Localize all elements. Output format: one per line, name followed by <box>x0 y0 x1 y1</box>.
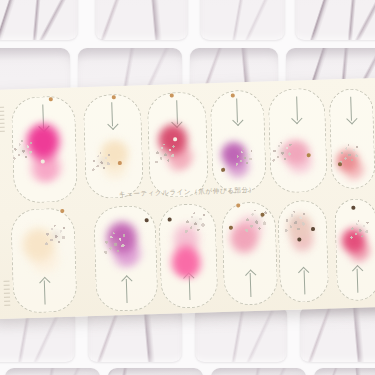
nail-sticker-bottom-1 <box>10 208 77 314</box>
glitter-cluster <box>243 207 270 234</box>
stud-dot <box>236 203 240 207</box>
stud-dot <box>112 95 116 99</box>
up-arrow-icon <box>126 279 128 303</box>
marble-tile <box>95 0 188 40</box>
marble-tile <box>200 0 285 40</box>
down-arrow-icon <box>236 98 238 122</box>
glitter-cluster <box>154 142 178 166</box>
nail-sticker-top-1 <box>11 95 78 203</box>
stud-dot <box>260 213 264 217</box>
nail-sticker-bottom-2 <box>93 205 158 312</box>
up-arrow-icon <box>188 276 190 300</box>
stud-dot <box>41 159 45 163</box>
nail-sticker-bottom-6 <box>334 198 375 301</box>
stud-dot <box>338 162 342 166</box>
stud-dot <box>145 218 149 222</box>
stud-dot <box>170 93 174 97</box>
product-photo: キューティクルライン（爪が伸びる部分） <box>0 0 375 375</box>
glitter-cluster <box>338 143 361 166</box>
up-arrow-icon <box>303 270 305 294</box>
stud-dot <box>118 161 122 165</box>
stud-dot <box>231 93 235 97</box>
stud-dot <box>307 153 311 157</box>
marble-tile <box>108 368 203 375</box>
nail-sticker-bottom-4 <box>221 201 278 306</box>
nail-sticker-top-2 <box>83 93 144 199</box>
nail-sticker-bottom-5 <box>277 200 329 303</box>
stud-dot <box>229 226 233 230</box>
marble-tile <box>295 0 375 40</box>
marble-tile <box>0 0 78 40</box>
cuticle-line-label: キューティクルライン（爪が伸びる部分） <box>119 186 256 199</box>
down-arrow-icon <box>350 97 352 121</box>
up-arrow-icon <box>44 281 46 305</box>
stud-dot <box>173 137 177 141</box>
stud-dot <box>297 237 301 241</box>
marble-tile <box>5 368 100 375</box>
marble-tile <box>211 368 306 375</box>
glitter-cluster <box>183 210 208 235</box>
stud-dot <box>49 97 53 101</box>
glitter-cluster <box>234 147 255 168</box>
glitter-cluster <box>283 209 309 235</box>
stud-dot <box>311 227 315 231</box>
nail-sticker-top-6 <box>329 88 375 189</box>
nail-sticker-top-3 <box>147 91 209 198</box>
glitter-cluster <box>102 230 128 256</box>
nail-sticker-sheet: キューティクルライン（爪が伸びる部分） <box>0 78 375 319</box>
stud-dot <box>351 206 355 210</box>
nail-sticker-top-5 <box>268 88 328 194</box>
stud-dot <box>168 218 172 222</box>
marble-tile <box>195 306 287 362</box>
glitter-cluster <box>12 138 36 162</box>
down-arrow-icon <box>111 102 113 126</box>
glitter-cluster <box>271 140 295 164</box>
edge-print-marks <box>0 106 5 132</box>
up-arrow-icon <box>250 273 252 297</box>
down-arrow-icon <box>296 97 298 121</box>
nail-sticker-top-4 <box>210 90 267 195</box>
glitter-cluster <box>90 150 113 173</box>
glitter-cluster <box>44 223 69 248</box>
nail-sticker-bottom-3 <box>158 203 218 309</box>
stud-dot <box>221 168 225 172</box>
up-arrow-icon <box>357 269 359 293</box>
marble-tile <box>300 306 375 362</box>
stud-dot <box>60 209 64 213</box>
glitter-cluster <box>349 218 372 241</box>
marble-tile <box>314 368 375 375</box>
edge-print-marks <box>3 280 10 306</box>
